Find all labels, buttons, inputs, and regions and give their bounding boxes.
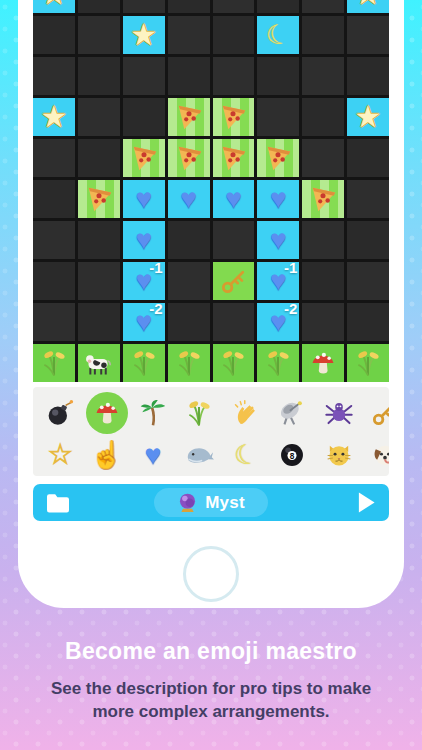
board-cell-r5c1[interactable] <box>78 180 120 218</box>
board-cell-r2c2[interactable] <box>123 57 165 95</box>
emoji-tray: ☆☝♥☾8 <box>33 387 389 476</box>
play-icon <box>357 491 376 514</box>
board-cell-r5c5[interactable]: ♥ <box>257 180 299 218</box>
board-cell-r8c2[interactable]: ♥-2 <box>123 303 165 341</box>
board-cell-r3c3[interactable] <box>168 98 210 136</box>
board-cell-r9c5[interactable] <box>257 344 299 382</box>
level-name-label: Myst <box>205 493 245 513</box>
star-glyph: ★ <box>40 102 67 132</box>
board-cell-r8c1[interactable] <box>78 303 120 341</box>
crescent-moon-glyph: ☾ <box>231 439 261 471</box>
home-indicator[interactable] <box>183 546 239 602</box>
board-cell-r8c3[interactable] <box>168 303 210 341</box>
rice-grass-icon <box>219 349 247 377</box>
board-cell-r8c5[interactable]: ♥-2 <box>257 303 299 341</box>
board-cell-r8c6[interactable] <box>302 303 344 341</box>
tray-item-eight-ball[interactable]: 8 <box>269 434 315 476</box>
tray-item-crescent-moon[interactable]: ☾ <box>223 434 269 476</box>
clapping-hands-icon <box>232 399 260 427</box>
star-glyph: ★ <box>355 0 382 9</box>
board-cell-r0c6[interactable] <box>302 0 344 13</box>
board-cell-r9c1[interactable] <box>78 344 120 382</box>
level-select-button[interactable]: Myst <box>154 488 268 517</box>
pizza-icon <box>174 143 204 173</box>
board-cell-r1c4[interactable] <box>213 16 255 54</box>
board-cell-r4c5[interactable] <box>257 139 299 177</box>
star-icon: ★ <box>40 0 67 9</box>
board-cell-r1c2[interactable]: ★ <box>123 16 165 54</box>
board-cell-r5c7[interactable] <box>347 180 389 218</box>
star-outline-icon: ☆ <box>48 441 73 469</box>
tray-item-star-outline[interactable]: ☆ <box>37 434 83 476</box>
board-cell-r9c4[interactable] <box>213 344 255 382</box>
star-icon: ★ <box>130 20 157 50</box>
board-cell-r7c6[interactable] <box>302 262 344 300</box>
tray-item-cat-face[interactable] <box>315 434 361 476</box>
board-cell-r6c7[interactable] <box>347 221 389 259</box>
board-cell-r4c7[interactable] <box>347 139 389 177</box>
tray-row-1 <box>37 392 389 434</box>
tray-item-key[interactable] <box>362 392 389 434</box>
board-cell-r0c4[interactable] <box>213 0 255 13</box>
cat-face-icon <box>325 441 353 469</box>
board-cell-r5c3[interactable]: ♥ <box>168 180 210 218</box>
board-cell-r2c5[interactable] <box>257 57 299 95</box>
blue-heart-icon: ♥ <box>270 185 287 213</box>
board-cell-r2c0[interactable] <box>33 57 75 95</box>
rice-grass-icon <box>354 349 382 377</box>
tray-item-finger-up[interactable]: ☝ <box>83 434 129 476</box>
blue-heart-icon: ♥ <box>135 185 152 213</box>
board-cell-r1c5[interactable]: ☾ <box>257 16 299 54</box>
cell-count-badge: -1 <box>284 262 297 276</box>
board-cell-r3c2[interactable] <box>123 98 165 136</box>
board-cell-r4c2[interactable] <box>123 139 165 177</box>
whale-icon <box>185 441 214 470</box>
board-cell-r3c4[interactable] <box>213 98 255 136</box>
board-cell-r6c3[interactable] <box>168 221 210 259</box>
board-cell-r3c7[interactable]: ★ <box>347 98 389 136</box>
star-glyph: ★ <box>355 102 382 132</box>
board-cell-r7c7[interactable] <box>347 262 389 300</box>
tray-item-bomb[interactable] <box>37 392 83 434</box>
app-store-screenshot: ★★★☾★★♥♥♥♥♥♥♥-1♥-1♥-2♥-2 ☆☝♥☾8 Myst Beco… <box>0 0 422 750</box>
blue-heart-glyph: ♥ <box>135 226 152 254</box>
board-cell-r0c5[interactable] <box>257 0 299 13</box>
blue-heart-glyph: ♥ <box>270 185 287 213</box>
dog-face-icon <box>371 441 389 469</box>
star-outline-glyph: ☆ <box>48 441 73 469</box>
promo-title: Become an emoji maestro <box>0 638 422 665</box>
crystal-ball-icon <box>177 492 198 513</box>
board-cell-r2c4[interactable] <box>213 57 255 95</box>
board-cell-r3c5[interactable] <box>257 98 299 136</box>
spider-icon <box>325 399 353 427</box>
board-cell-r6c5[interactable]: ♥ <box>257 221 299 259</box>
crescent-moon-icon: ☾ <box>266 22 290 49</box>
board-cell-r7c2[interactable]: ♥-1 <box>123 262 165 300</box>
board-cell-r4c3[interactable] <box>168 139 210 177</box>
board-cell-r6c2[interactable]: ♥ <box>123 221 165 259</box>
tray-item-blue-heart[interactable]: ♥ <box>130 434 176 476</box>
board-cell-r3c0[interactable]: ★ <box>33 98 75 136</box>
blue-heart-icon: ♥ <box>225 185 242 213</box>
blue-heart-glyph: ♥ <box>135 185 152 213</box>
bomb-icon <box>46 399 74 427</box>
folder-icon <box>46 493 70 513</box>
board-cell-r9c6[interactable] <box>302 344 344 382</box>
finger-up-glyph: ☝ <box>90 442 124 469</box>
board-cell-r6c6[interactable] <box>302 221 344 259</box>
palm-tree-icon <box>139 399 167 427</box>
cell-count-badge: -2 <box>149 303 162 317</box>
board-cell-r8c0[interactable] <box>33 303 75 341</box>
pizza-icon <box>129 143 159 173</box>
pizza-icon <box>263 143 293 173</box>
crystal-ball-icon <box>177 492 198 513</box>
board-cell-r1c0[interactable] <box>33 16 75 54</box>
satellite-dish-icon <box>278 399 306 427</box>
board-cell-r2c1[interactable] <box>78 57 120 95</box>
emoji-board: ★★★☾★★♥♥♥♥♥♥♥-1♥-1♥-2♥-2 <box>33 0 389 382</box>
selected-emoji-highlight <box>86 392 128 434</box>
mushroom-icon <box>93 399 121 427</box>
mushroom-icon <box>309 349 337 377</box>
blue-heart-glyph: ♥ <box>270 226 287 254</box>
blue-heart-icon: ♥ <box>180 185 197 213</box>
board-cell-r6c1[interactable] <box>78 221 120 259</box>
board-cell-r2c7[interactable] <box>347 57 389 95</box>
board-cell-r3c6[interactable] <box>302 98 344 136</box>
board-cell-r9c0[interactable] <box>33 344 75 382</box>
board-cell-r5c4[interactable]: ♥ <box>213 180 255 218</box>
board-cell-r2c6[interactable] <box>302 57 344 95</box>
pizza-icon <box>308 184 338 214</box>
rice-grass-icon <box>40 349 68 377</box>
board-cell-r6c0[interactable] <box>33 221 75 259</box>
tray-item-clapping-hands[interactable] <box>223 392 269 434</box>
star-glyph: ★ <box>40 0 67 9</box>
board-cell-r8c7[interactable] <box>347 303 389 341</box>
tray-item-satellite-dish[interactable] <box>269 392 315 434</box>
board-cell-r5c6[interactable] <box>302 180 344 218</box>
rice-grass-icon <box>175 349 203 377</box>
crescent-moon-icon: ☾ <box>234 442 258 469</box>
star-icon: ★ <box>40 102 67 132</box>
board-cell-r7c0[interactable] <box>33 262 75 300</box>
board-cell-r4c4[interactable] <box>213 139 255 177</box>
level-toolbar: Myst <box>33 484 389 521</box>
board-cell-r4c6[interactable] <box>302 139 344 177</box>
promo-subtitle: See the description for pro tips to make… <box>46 677 376 723</box>
board-cell-r9c3[interactable] <box>168 344 210 382</box>
tray-item-spider[interactable] <box>315 392 361 434</box>
promo-footer: Become an emoji maestro See the descript… <box>0 638 422 723</box>
board-cell-r9c2[interactable] <box>123 344 165 382</box>
pizza-icon <box>218 143 248 173</box>
star-icon: ★ <box>355 0 382 9</box>
game-screen: ★★★☾★★♥♥♥♥♥♥♥-1♥-1♥-2♥-2 ☆☝♥☾8 Myst <box>33 0 389 521</box>
crescent-moon-glyph: ☾ <box>263 19 293 51</box>
tray-item-mushroom[interactable] <box>83 392 129 434</box>
rice-grass-icon <box>264 349 292 377</box>
board-cell-r7c4[interactable] <box>213 262 255 300</box>
board-cell-r1c3[interactable] <box>168 16 210 54</box>
board-cell-r0c1[interactable] <box>78 0 120 13</box>
tray-item-rice-grass[interactable] <box>176 392 222 434</box>
tray-row-2: ☆☝♥☾8 <box>37 434 389 476</box>
board-cell-r1c7[interactable] <box>347 16 389 54</box>
rice-grass-icon <box>130 349 158 377</box>
board-cell-r5c2[interactable]: ♥ <box>123 180 165 218</box>
rice-grass-icon <box>185 399 213 427</box>
pizza-icon <box>84 184 114 214</box>
key-icon <box>371 400 389 427</box>
board-cell-r0c7[interactable]: ★ <box>347 0 389 13</box>
tray-item-palm-tree[interactable] <box>130 392 176 434</box>
board-cell-r2c3[interactable] <box>168 57 210 95</box>
blue-heart-icon: ♥ <box>270 226 287 254</box>
star-glyph: ★ <box>130 20 157 50</box>
tray-item-whale[interactable] <box>176 434 222 476</box>
blue-heart-glyph: ♥ <box>225 185 242 213</box>
board-cell-r5c0[interactable] <box>33 180 75 218</box>
finger-up-icon: ☝ <box>90 442 124 469</box>
board-cell-r1c6[interactable] <box>302 16 344 54</box>
cow-icon <box>84 349 113 378</box>
board-cell-r0c0[interactable]: ★ <box>33 0 75 13</box>
play-icon[interactable] <box>357 491 376 514</box>
board-cell-r4c0[interactable] <box>33 139 75 177</box>
board-cell-r9c7[interactable] <box>347 344 389 382</box>
board-cell-r7c1[interactable] <box>78 262 120 300</box>
board-cell-r7c5[interactable]: ♥-1 <box>257 262 299 300</box>
eight-ball-icon: 8 <box>278 441 306 469</box>
cell-count-badge: -1 <box>149 262 162 276</box>
blue-heart-icon: ♥ <box>135 226 152 254</box>
board-cell-r4c1[interactable] <box>78 139 120 177</box>
pizza-icon <box>218 102 248 132</box>
cell-count-badge: -2 <box>284 303 297 317</box>
board-cell-r0c3[interactable] <box>168 0 210 13</box>
blue-heart-glyph: ♥ <box>180 185 197 213</box>
folder-icon[interactable] <box>46 493 70 513</box>
blue-heart-icon: ♥ <box>145 441 162 469</box>
tray-item-dog-face[interactable] <box>362 434 389 476</box>
board-cell-r6c4[interactable] <box>213 221 255 259</box>
board-cell-r3c1[interactable] <box>78 98 120 136</box>
pizza-icon <box>174 102 204 132</box>
svg-text:8: 8 <box>290 451 295 461</box>
key-icon <box>220 268 247 295</box>
board-cell-r1c1[interactable] <box>78 16 120 54</box>
board-cell-r8c4[interactable] <box>213 303 255 341</box>
blue-heart-glyph: ♥ <box>145 441 162 469</box>
star-icon: ★ <box>355 102 382 132</box>
board-cell-r0c2[interactable] <box>123 0 165 13</box>
board-cell-r7c3[interactable] <box>168 262 210 300</box>
phone-frame: ★★★☾★★♥♥♥♥♥♥♥-1♥-1♥-2♥-2 ☆☝♥☾8 Myst <box>18 0 404 608</box>
